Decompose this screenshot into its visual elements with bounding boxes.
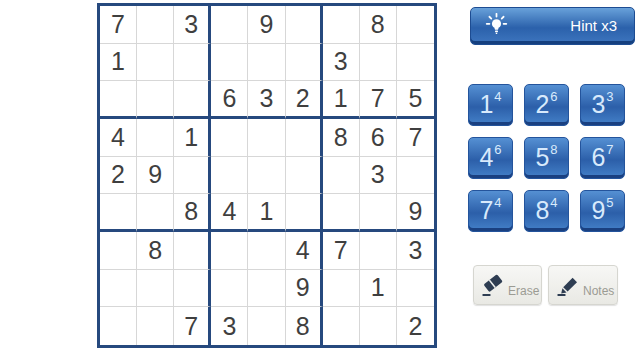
numpad-digit: 5: [535, 145, 549, 170]
sudoku-cell-r2c8[interactable]: [360, 44, 397, 82]
sudoku-cell-r2c1[interactable]: 1: [100, 44, 137, 82]
sudoku-cell-r9c6[interactable]: 8: [286, 307, 323, 345]
eraser-icon: [479, 272, 508, 299]
sudoku-cell-r6c5[interactable]: 1: [248, 194, 285, 232]
sudoku-cell-r4c2[interactable]: [137, 119, 174, 157]
sudoku-cell-r7c3[interactable]: [174, 232, 211, 270]
sudoku-cell-r2c4[interactable]: [211, 44, 248, 82]
sudoku-cell-r8c9[interactable]: [397, 270, 434, 308]
numpad-digit: 8: [535, 198, 549, 223]
sudoku-cell-r5c6[interactable]: [286, 157, 323, 195]
sudoku-cell-r5c7[interactable]: [323, 157, 360, 195]
hint-label: Hint x3: [570, 17, 617, 34]
sudoku-cell-r1c5[interactable]: 9: [248, 6, 285, 44]
sudoku-cell-r4c4[interactable]: [211, 119, 248, 157]
sudoku-cell-r5c9[interactable]: [397, 157, 434, 195]
sudoku-cell-r4c1[interactable]: 4: [100, 119, 137, 157]
sudoku-cell-r6c3[interactable]: 8: [174, 194, 211, 232]
sudoku-cell-r8c4[interactable]: [211, 270, 248, 308]
sudoku-cell-r6c6[interactable]: [286, 194, 323, 232]
numpad-remaining-count: 4: [494, 90, 501, 103]
sudoku-cell-r8c5[interactable]: [248, 270, 285, 308]
sudoku-cell-r4c7[interactable]: 8: [323, 119, 360, 157]
number-pad: 142633465867748495: [468, 84, 625, 232]
sudoku-cell-r7c1[interactable]: [100, 232, 137, 270]
sudoku-cell-r4c5[interactable]: [248, 119, 285, 157]
sudoku-cell-r1c9[interactable]: [397, 6, 434, 44]
sudoku-cell-r9c1[interactable]: [100, 307, 137, 345]
numpad-1-button[interactable]: 14: [468, 84, 513, 126]
sudoku-cell-r3c2[interactable]: [137, 81, 174, 119]
sudoku-cell-r5c4[interactable]: [211, 157, 248, 195]
sudoku-cell-r5c3[interactable]: [174, 157, 211, 195]
numpad-7-button[interactable]: 74: [468, 190, 513, 232]
sudoku-cell-r6c2[interactable]: [137, 194, 174, 232]
sudoku-app: 7398136321754186729384198473917382 Hint …: [0, 0, 640, 360]
numpad-remaining-count: 6: [550, 90, 557, 103]
sudoku-cell-r5c2[interactable]: 9: [137, 157, 174, 195]
numpad-9-button[interactable]: 95: [580, 190, 625, 232]
sudoku-board: 7398136321754186729384198473917382: [97, 3, 437, 348]
numpad-remaining-count: 5: [606, 196, 613, 209]
sudoku-cell-r1c2[interactable]: [137, 6, 174, 44]
sudoku-cell-r9c4[interactable]: 3: [211, 307, 248, 345]
sudoku-cell-r6c7[interactable]: [323, 194, 360, 232]
sudoku-cell-r2c5[interactable]: [248, 44, 285, 82]
sudoku-cell-r9c5[interactable]: [248, 307, 285, 345]
sudoku-cell-r8c3[interactable]: [174, 270, 211, 308]
sudoku-cell-r3c5[interactable]: 3: [248, 81, 285, 119]
sudoku-cell-r8c7[interactable]: [323, 270, 360, 308]
numpad-remaining-count: 4: [494, 196, 501, 209]
sudoku-cell-r1c6[interactable]: [286, 6, 323, 44]
sudoku-cell-r7c8[interactable]: [360, 232, 397, 270]
sudoku-cell-r5c8[interactable]: 3: [360, 157, 397, 195]
sudoku-cell-r3c4[interactable]: 6: [211, 81, 248, 119]
numpad-digit: 3: [591, 92, 605, 117]
sudoku-cell-r7c2[interactable]: 8: [137, 232, 174, 270]
sudoku-cell-r9c8[interactable]: [360, 307, 397, 345]
numpad-remaining-count: 4: [550, 196, 557, 209]
notes-label: Notes: [583, 284, 614, 304]
sudoku-cell-r8c6[interactable]: 9: [286, 270, 323, 308]
erase-label: Erase: [508, 284, 539, 304]
numpad-6-button[interactable]: 67: [580, 137, 625, 179]
sudoku-cell-r4c6[interactable]: [286, 119, 323, 157]
sudoku-cell-r9c3[interactable]: 7: [174, 307, 211, 345]
sudoku-cell-r7c9[interactable]: 3: [397, 232, 434, 270]
sudoku-cell-r9c7[interactable]: [323, 307, 360, 345]
sudoku-cell-r3c9[interactable]: 5: [397, 81, 434, 119]
numpad-digit: 4: [479, 145, 493, 170]
sudoku-cell-r3c7[interactable]: 1: [323, 81, 360, 119]
sudoku-cell-r4c8[interactable]: 6: [360, 119, 397, 157]
notes-button[interactable]: Notes: [548, 265, 618, 305]
hint-button[interactable]: Hint x3: [470, 7, 635, 45]
sudoku-cell-r3c3[interactable]: [174, 81, 211, 119]
sudoku-cell-r3c1[interactable]: [100, 81, 137, 119]
sudoku-cell-r5c5[interactable]: [248, 157, 285, 195]
sudoku-cell-r5c1[interactable]: 2: [100, 157, 137, 195]
numpad-4-button[interactable]: 46: [468, 137, 513, 179]
numpad-remaining-count: 6: [494, 143, 501, 156]
sudoku-cell-r4c9[interactable]: 7: [397, 119, 434, 157]
erase-button[interactable]: Erase: [473, 265, 542, 305]
sudoku-cell-r7c4[interactable]: [211, 232, 248, 270]
sudoku-cell-r3c6[interactable]: 2: [286, 81, 323, 119]
sudoku-cell-r8c1[interactable]: [100, 270, 137, 308]
sudoku-cell-r6c8[interactable]: [360, 194, 397, 232]
sudoku-cell-r7c5[interactable]: [248, 232, 285, 270]
numpad-5-button[interactable]: 58: [524, 137, 569, 179]
sudoku-cell-r6c9[interactable]: 9: [397, 194, 434, 232]
sudoku-cell-r8c8[interactable]: 1: [360, 270, 397, 308]
numpad-8-button[interactable]: 84: [524, 190, 569, 232]
sudoku-cell-r4c3[interactable]: 1: [174, 119, 211, 157]
numpad-2-button[interactable]: 26: [524, 84, 569, 126]
sudoku-cell-r1c1[interactable]: 7: [100, 6, 137, 44]
sudoku-cell-r9c9[interactable]: 2: [397, 307, 434, 345]
sudoku-cell-r9c2[interactable]: [137, 307, 174, 345]
sudoku-cell-r7c6[interactable]: 4: [286, 232, 323, 270]
sudoku-cell-r1c4[interactable]: [211, 6, 248, 44]
numpad-remaining-count: 8: [550, 143, 557, 156]
sudoku-cell-r2c3[interactable]: [174, 44, 211, 82]
sudoku-cell-r3c8[interactable]: 7: [360, 81, 397, 119]
sudoku-cell-r2c6[interactable]: [286, 44, 323, 82]
numpad-digit: 9: [591, 198, 605, 223]
sudoku-cell-r6c4[interactable]: 4: [211, 194, 248, 232]
numpad-digit: 7: [479, 198, 493, 223]
numpad-digit: 6: [591, 145, 605, 170]
sudoku-cell-r7c7[interactable]: 7: [323, 232, 360, 270]
sudoku-cell-r2c2[interactable]: [137, 44, 174, 82]
numpad-remaining-count: 3: [606, 90, 613, 103]
sudoku-cell-r6c1[interactable]: [100, 194, 137, 232]
numpad-remaining-count: 7: [606, 143, 613, 156]
sudoku-cell-r2c7[interactable]: 3: [323, 44, 360, 82]
sudoku-cell-r8c2[interactable]: [137, 270, 174, 308]
numpad-3-button[interactable]: 33: [580, 84, 625, 126]
pencil-icon: [554, 272, 583, 299]
sudoku-cell-r1c7[interactable]: [323, 6, 360, 44]
sudoku-cell-r1c8[interactable]: 8: [360, 6, 397, 44]
numpad-digit: 1: [479, 92, 493, 117]
numpad-digit: 2: [535, 92, 549, 117]
lightbulb-icon: [484, 13, 509, 38]
sudoku-cell-r1c3[interactable]: 3: [174, 6, 211, 44]
sudoku-cell-r2c9[interactable]: [397, 44, 434, 82]
